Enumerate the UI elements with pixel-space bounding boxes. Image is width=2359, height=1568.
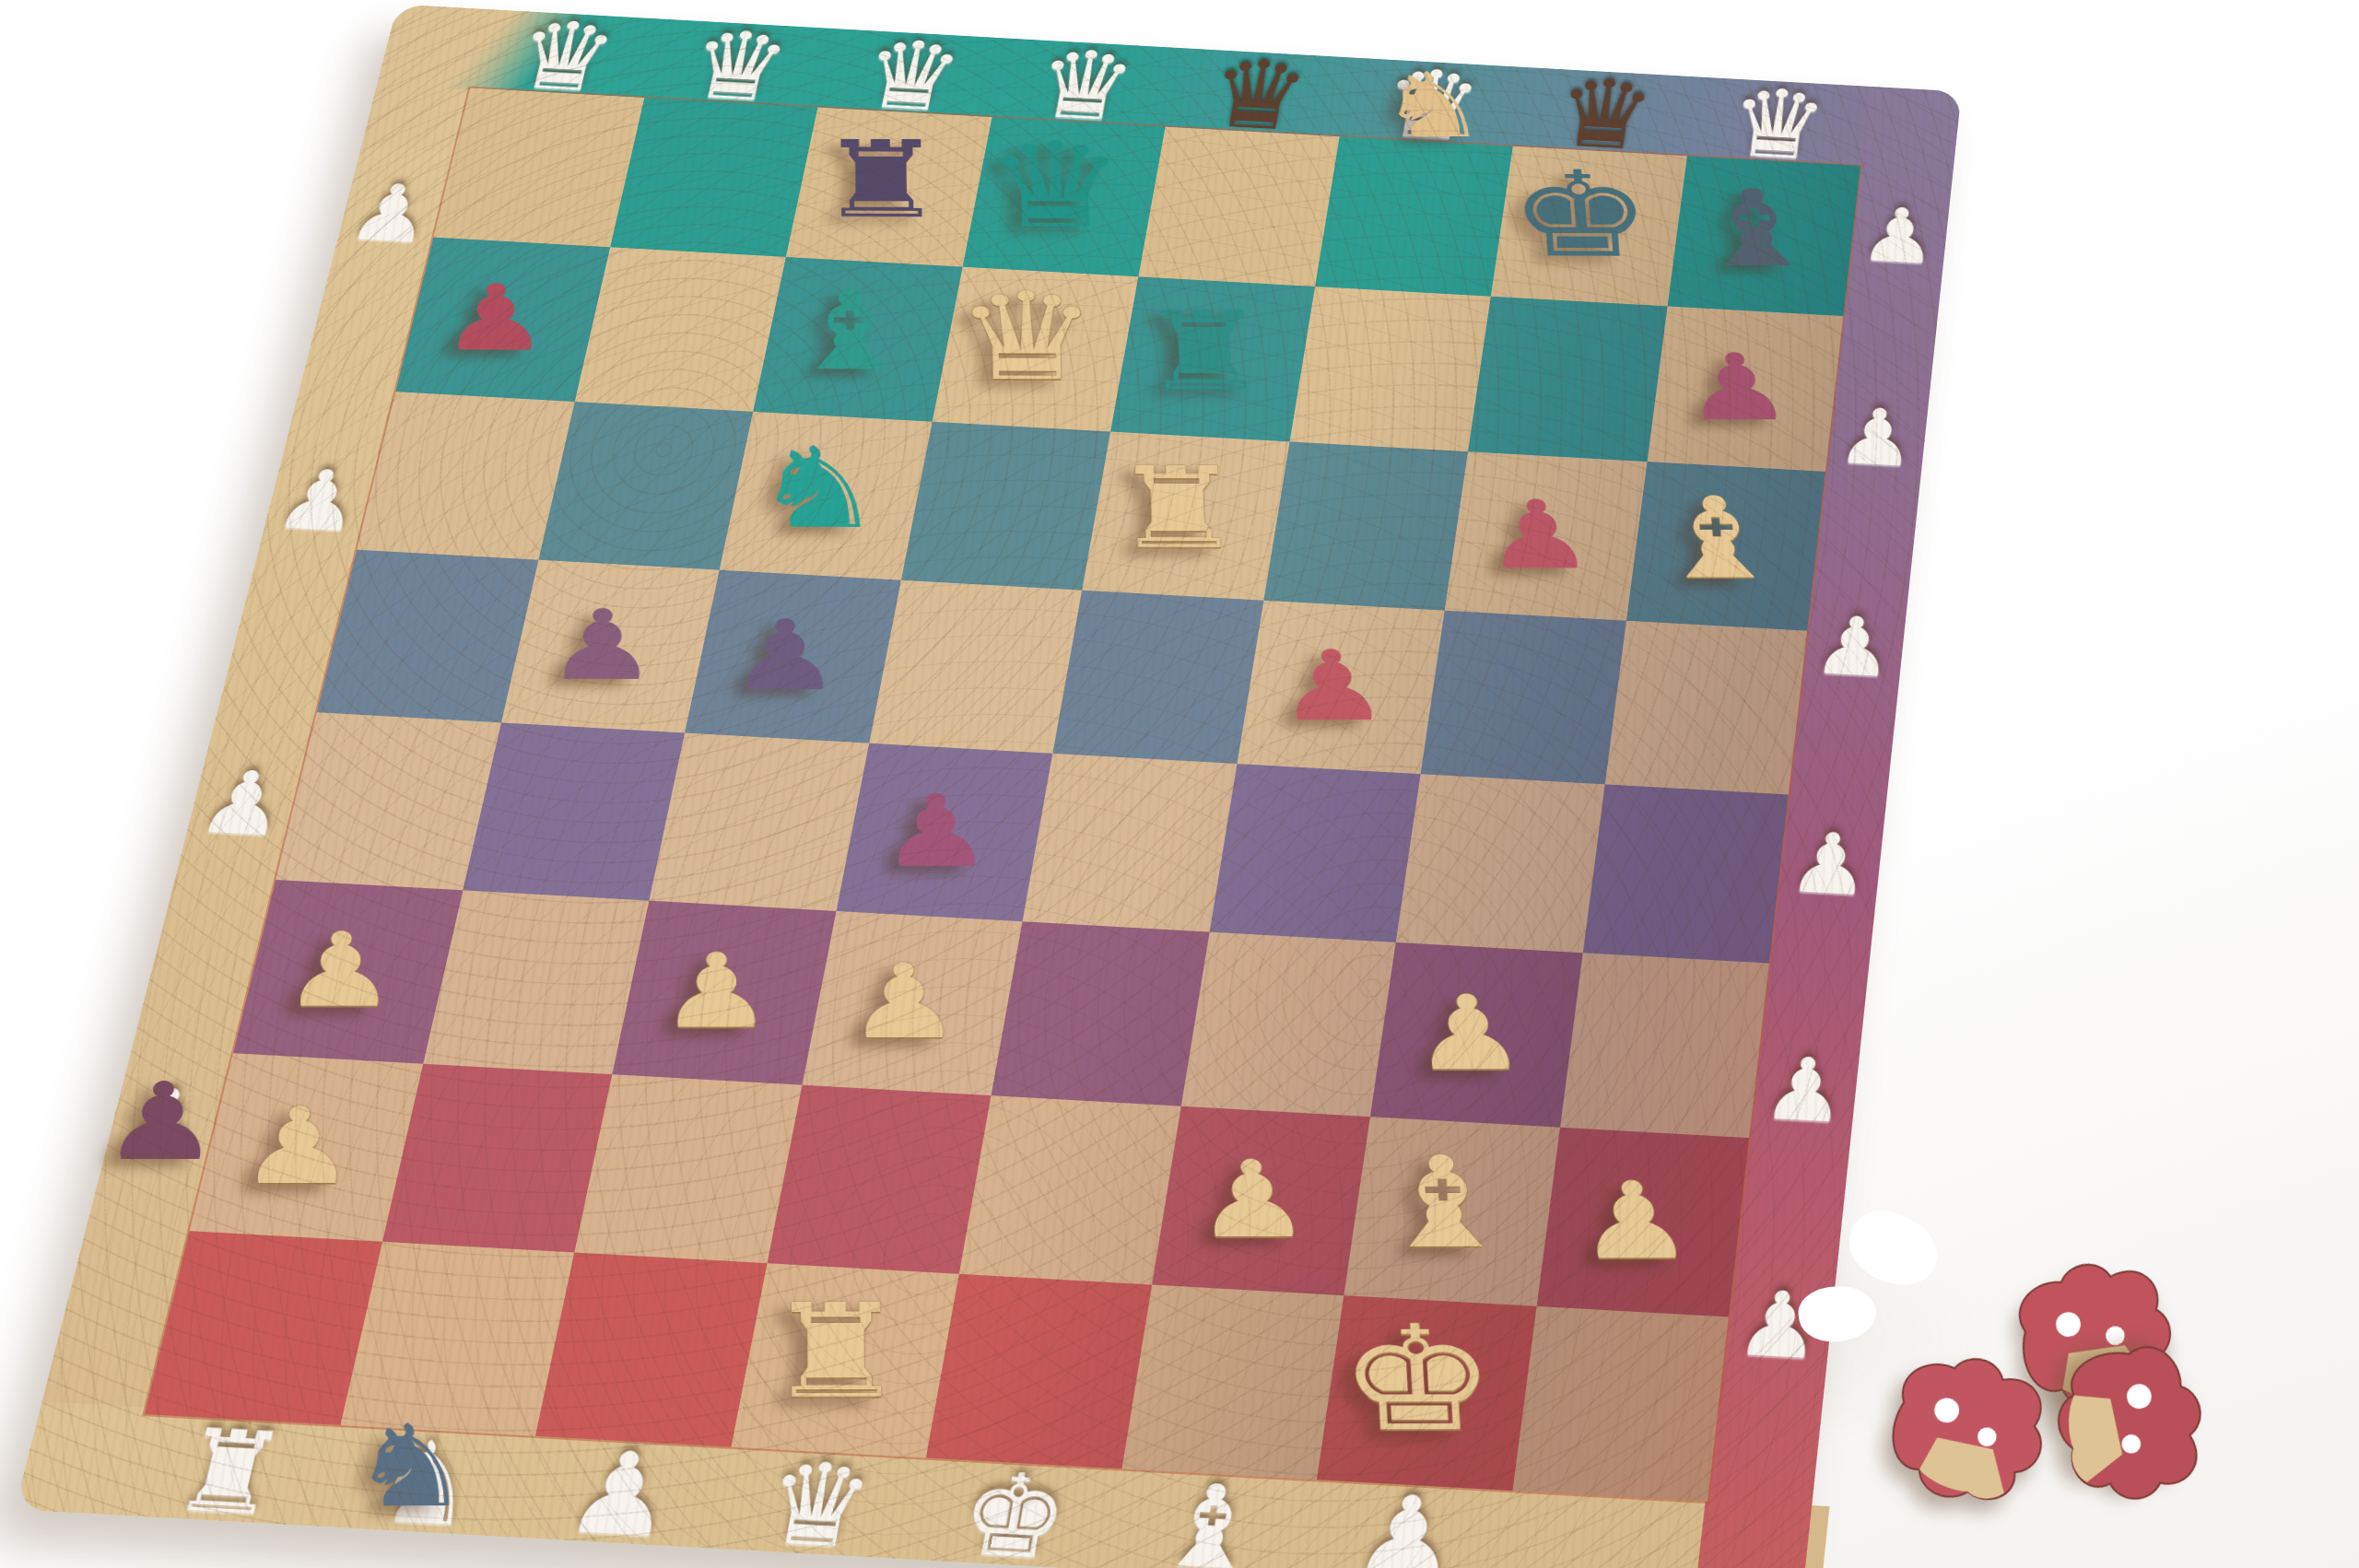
piece-dark-rook-c8[interactable]: ♜ [817,127,945,233]
square-a5[interactable] [317,549,538,722]
cutout-top-queen-0: ♛ [506,7,626,106]
piece-light-pawn-f2[interactable]: ♟ [1192,1146,1314,1252]
piece-light-pawn-a3[interactable]: ♟ [280,919,399,1022]
square-e3[interactable] [992,921,1209,1106]
scene: ♜♛♚♝♟♝♛♜♟♞♜♟♝♟♟♟♟♟♟♟♟♟♟♝♟♜♚ ♛♛♛♛♛♛♛♛♟♟♟♟… [0,0,2359,1568]
captured-dark-pawn-left-border[interactable]: ♟ [100,1069,224,1176]
square-d6[interactable] [900,421,1110,590]
piece-light-pawn-a2[interactable]: ♟ [237,1094,358,1199]
cutout-left-pawn-2: ♟ [191,758,298,849]
square-g7[interactable] [1468,297,1667,462]
cutout-bottom-king-4: ♚ [952,1457,1076,1568]
cutout-left-pawn-1: ♟ [268,458,371,544]
square-f3[interactable] [1180,932,1395,1117]
piece-dark-pawn-g6[interactable]: ♟ [1480,487,1597,582]
playing-area: ♜♛♚♝♟♝♛♜♟♞♜♟♝♟♟♟♟♟♟♟♟♟♟♝♟♜♚ [145,88,1860,1501]
square-b3[interactable] [423,891,650,1074]
square-h4[interactable] [1582,784,1789,963]
loose-jigsaw-piece-2[interactable] [1872,1343,2061,1517]
square-b6[interactable] [538,402,753,570]
square-g5[interactable] [1421,610,1626,784]
piece-light-rook-d1[interactable]: ♜ [766,1287,908,1417]
piece-dark-rook-e7[interactable]: ♜ [1138,298,1272,407]
cutout-right-pawn-0: ♟ [1857,197,1942,275]
square-h5[interactable] [1604,620,1807,794]
square-b4[interactable] [463,722,685,900]
square-b7[interactable] [574,247,785,411]
square-e8[interactable] [1138,127,1339,287]
piece-dark-pawn-a7[interactable]: ♟ [440,273,551,365]
square-h3[interactable] [1560,953,1769,1137]
piece-dark-pawn-b5[interactable]: ♟ [546,597,659,694]
cutout-bottom-rook-0: ♜ [163,1412,295,1531]
cutout-top-queen-6: ♛ [1549,65,1660,164]
cutout-top-queen-3: ♛ [1027,37,1143,135]
piece-light-bishop-g2[interactable]: ♝ [1370,1140,1516,1266]
square-f7[interactable] [1289,287,1491,451]
square-c2[interactable] [574,1074,802,1263]
cutouts-layer: ♛♛♛♛♛♛♛♛♟♟♟♟♟♟♟♟♟♟♜♞♟♛♚♝♟♞♟♞ [397,5,1961,92]
piece-light-pawn-h2[interactable]: ♟ [1573,1167,1697,1274]
piece-dark-pawn-d4[interactable]: ♟ [879,781,994,882]
cutout-top-queen-1: ♛ [679,18,797,116]
square-c4[interactable] [649,733,868,912]
square-f6[interactable] [1263,441,1468,611]
square-h1[interactable] [1512,1306,1729,1502]
piece-light-rook-e6[interactable]: ♜ [1110,452,1245,565]
square-d5[interactable] [869,579,1083,753]
cutout-bottom-pawn-6: ♟ [1346,1479,1467,1568]
square-e5[interactable] [1052,590,1263,764]
square-a8[interactable] [433,88,643,247]
captured-light-knight-top-border[interactable]: ♞ [1376,61,1489,150]
piece-dark-pawn-h7[interactable]: ♟ [1680,342,1796,434]
piece-dark-bishop-c7[interactable]: ♝ [785,277,915,386]
square-f1[interactable] [1121,1284,1344,1480]
square-g4[interactable] [1396,774,1605,953]
piece-dark-king-g8[interactable]: ♚ [1506,155,1657,274]
piece-light-king-g1[interactable]: ♚ [1335,1306,1500,1452]
square-e2[interactable] [959,1095,1180,1285]
cutout-bottom-queen-3: ♛ [755,1445,881,1564]
square-a4[interactable] [276,712,500,890]
piece-light-pawn-d3[interactable]: ♟ [846,951,963,1054]
square-b8[interactable] [610,98,818,257]
square-e1[interactable] [926,1274,1152,1469]
cutout-top-queen-4: ♛ [1202,46,1315,145]
cutout-bottom-bishop-5: ♝ [1149,1468,1272,1568]
cutout-bottom-pawn-2: ♟ [557,1434,686,1553]
square-d2[interactable] [767,1084,992,1273]
cutout-top-queen-7: ♛ [1723,75,1832,173]
piece-dark-pawn-c5[interactable]: ♟ [729,607,841,705]
piece-light-bishop-h6[interactable]: ♝ [1648,482,1788,594]
square-f8[interactable] [1315,136,1513,297]
puzzle-chess-board: ♜♛♚♝♟♝♛♜♟♞♜♟♝♟♟♟♟♟♟♟♟♟♟♝♟♜♚ ♛♛♛♛♛♛♛♛♟♟♟♟… [15,5,1962,1568]
piece-light-pawn-g3[interactable]: ♟ [1408,982,1530,1085]
square-f4[interactable] [1209,764,1420,942]
cutout-top-queen-2: ♛ [853,27,970,125]
cutout-right-pawn-2: ♟ [1810,605,1898,690]
square-b2[interactable] [382,1063,613,1252]
square-a6[interactable] [357,392,574,560]
cutout-right-pawn-1: ♟ [1834,397,1920,478]
square-e4[interactable] [1022,754,1236,932]
piece-dark-pawn-f5[interactable]: ♟ [1275,638,1392,735]
piece-dark-queen-d8[interactable]: ♛ [983,126,1129,245]
cutout-left-pawn-0: ♟ [342,172,442,254]
square-c1[interactable] [535,1252,767,1446]
cutout-right-pawn-4: ♟ [1759,1046,1851,1137]
cutout-right-pawn-3: ♟ [1785,821,1875,908]
piece-light-queen-d7[interactable]: ♛ [954,276,1101,398]
piece-dark-knight-c6[interactable]: ♞ [752,432,884,544]
piece-dark-bishop-h8[interactable]: ♝ [1688,176,1825,283]
captured-dark-knight-bottom-border[interactable]: ♞ [347,1410,473,1523]
piece-light-pawn-c3[interactable]: ♟ [658,941,774,1044]
